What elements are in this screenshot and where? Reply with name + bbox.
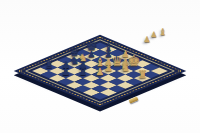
piece-blue-pawn-b6[interactable]: ♟ xyxy=(62,67,71,77)
piece-light-pawn-e4[interactable]: ♟ xyxy=(104,63,113,73)
piece-light-pawn-d4[interactable]: ♟ xyxy=(96,67,105,77)
piece-light-pawn-offboard-2[interactable]: ♟ xyxy=(151,31,158,39)
piece-light-rook-f1[interactable]: ♜ xyxy=(137,69,147,80)
piece-light-bishop-offboard-3[interactable]: ♝ xyxy=(159,27,167,36)
piece-light-pawn-offboard-1[interactable]: ♟ xyxy=(143,36,150,44)
piece-blue-rook-b8[interactable]: ♜ xyxy=(44,59,53,69)
pieces-layer: ♜♛♚♟♞♞♟♝♟♟♟♝♝♟♟♟♟♛♟♞♚♜♟♟♝ xyxy=(0,0,200,133)
piece-light-knight-f3[interactable]: ♞ xyxy=(120,62,130,73)
piece-blue-bishop-c5[interactable]: ♝ xyxy=(78,64,89,76)
scene: ♜♛♚♟♞♞♟♝♟♟♟♝♝♟♟♟♟♛♟♞♚♜♟♟♝ xyxy=(0,0,200,133)
